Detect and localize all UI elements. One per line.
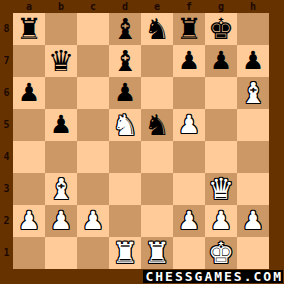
square-e3[interactable] xyxy=(141,173,173,205)
piece-white-queen[interactable]: ♛ xyxy=(208,173,234,205)
piece-white-rook[interactable]: ♜ xyxy=(112,237,138,269)
square-g2[interactable]: ♟ xyxy=(205,205,237,237)
square-a6[interactable]: ♟ xyxy=(13,77,45,109)
piece-black-pawn[interactable]: ♟ xyxy=(50,109,72,141)
piece-white-pawn[interactable]: ♟ xyxy=(18,205,40,237)
square-c8[interactable] xyxy=(77,13,109,45)
square-b4[interactable] xyxy=(45,141,77,173)
rank-label-1: 1 xyxy=(0,237,13,269)
square-h8[interactable] xyxy=(237,13,269,45)
piece-black-queen[interactable]: ♛ xyxy=(48,45,74,77)
chess-board: ♜♝♞♜♚♛♝♟♟♟♟♟♝♟♞♞♟♝♛♟♟♟♟♟♟♜♜♚ xyxy=(13,13,269,269)
piece-black-knight[interactable]: ♞ xyxy=(144,109,170,141)
rank-label-3: 3 xyxy=(0,173,13,205)
square-b8[interactable] xyxy=(45,13,77,45)
square-g3[interactable]: ♛ xyxy=(205,173,237,205)
square-d6[interactable]: ♟ xyxy=(109,77,141,109)
piece-white-pawn[interactable]: ♟ xyxy=(178,205,200,237)
square-d7[interactable]: ♝ xyxy=(109,45,141,77)
piece-white-rook[interactable]: ♜ xyxy=(144,237,170,269)
piece-black-pawn[interactable]: ♟ xyxy=(242,45,264,77)
square-a1[interactable] xyxy=(13,237,45,269)
square-g4[interactable] xyxy=(205,141,237,173)
square-h4[interactable] xyxy=(237,141,269,173)
piece-black-king[interactable]: ♚ xyxy=(208,13,234,45)
piece-white-knight[interactable]: ♞ xyxy=(112,109,138,141)
square-g8[interactable]: ♚ xyxy=(205,13,237,45)
square-c1[interactable] xyxy=(77,237,109,269)
square-c5[interactable] xyxy=(77,109,109,141)
square-f4[interactable] xyxy=(173,141,205,173)
square-f6[interactable] xyxy=(173,77,205,109)
square-d3[interactable] xyxy=(109,173,141,205)
square-h5[interactable] xyxy=(237,109,269,141)
square-g5[interactable] xyxy=(205,109,237,141)
rank-label-6: 6 xyxy=(0,77,13,109)
square-g7[interactable]: ♟ xyxy=(205,45,237,77)
square-b6[interactable] xyxy=(45,77,77,109)
square-d2[interactable] xyxy=(109,205,141,237)
square-h3[interactable] xyxy=(237,173,269,205)
square-g6[interactable] xyxy=(205,77,237,109)
piece-black-rook[interactable]: ♜ xyxy=(176,13,202,45)
chess-board-frame: abcdefgh 87654321 ♜♝♞♜♚♛♝♟♟♟♟♟♝♟♞♞♟♝♛♟♟♟… xyxy=(0,0,284,284)
square-h1[interactable] xyxy=(237,237,269,269)
square-g1[interactable]: ♚ xyxy=(205,237,237,269)
square-b5[interactable]: ♟ xyxy=(45,109,77,141)
file-label-c: c xyxy=(77,0,109,13)
piece-black-knight[interactable]: ♞ xyxy=(144,13,170,45)
square-c7[interactable] xyxy=(77,45,109,77)
square-a5[interactable] xyxy=(13,109,45,141)
square-e1[interactable]: ♜ xyxy=(141,237,173,269)
rank-label-8: 8 xyxy=(0,13,13,45)
square-d4[interactable] xyxy=(109,141,141,173)
square-a2[interactable]: ♟ xyxy=(13,205,45,237)
piece-white-pawn[interactable]: ♟ xyxy=(82,205,104,237)
square-e2[interactable] xyxy=(141,205,173,237)
square-b2[interactable]: ♟ xyxy=(45,205,77,237)
file-label-h: h xyxy=(237,0,269,13)
piece-white-pawn[interactable]: ♟ xyxy=(210,205,232,237)
square-c3[interactable] xyxy=(77,173,109,205)
square-b7[interactable]: ♛ xyxy=(45,45,77,77)
square-c4[interactable] xyxy=(77,141,109,173)
piece-black-rook[interactable]: ♜ xyxy=(16,13,42,45)
piece-black-pawn[interactable]: ♟ xyxy=(114,77,136,109)
rank-label-2: 2 xyxy=(0,205,13,237)
square-c6[interactable] xyxy=(77,77,109,109)
rank-labels: 87654321 xyxy=(0,13,13,269)
piece-black-pawn[interactable]: ♟ xyxy=(18,77,40,109)
square-e7[interactable] xyxy=(141,45,173,77)
piece-white-bishop[interactable]: ♝ xyxy=(240,77,266,109)
square-h2[interactable]: ♟ xyxy=(237,205,269,237)
piece-white-pawn[interactable]: ♟ xyxy=(50,205,72,237)
square-b1[interactable] xyxy=(45,237,77,269)
square-d1[interactable]: ♜ xyxy=(109,237,141,269)
square-a3[interactable] xyxy=(13,173,45,205)
square-a7[interactable] xyxy=(13,45,45,77)
square-f1[interactable] xyxy=(173,237,205,269)
square-d5[interactable]: ♞ xyxy=(109,109,141,141)
piece-black-pawn[interactable]: ♟ xyxy=(178,45,200,77)
square-e5[interactable]: ♞ xyxy=(141,109,173,141)
square-c2[interactable]: ♟ xyxy=(77,205,109,237)
square-h7[interactable]: ♟ xyxy=(237,45,269,77)
piece-white-bishop[interactable]: ♝ xyxy=(48,173,74,205)
piece-black-bishop[interactable]: ♝ xyxy=(112,45,138,77)
square-e6[interactable] xyxy=(141,77,173,109)
square-b3[interactable]: ♝ xyxy=(45,173,77,205)
square-f8[interactable]: ♜ xyxy=(173,13,205,45)
piece-black-pawn[interactable]: ♟ xyxy=(210,45,232,77)
square-f3[interactable] xyxy=(173,173,205,205)
rank-label-7: 7 xyxy=(0,45,13,77)
piece-white-pawn[interactable]: ♟ xyxy=(242,205,264,237)
square-f2[interactable]: ♟ xyxy=(173,205,205,237)
square-e8[interactable]: ♞ xyxy=(141,13,173,45)
square-e4[interactable] xyxy=(141,141,173,173)
file-label-b: b xyxy=(45,0,77,13)
rank-label-4: 4 xyxy=(0,141,13,173)
square-a4[interactable] xyxy=(13,141,45,173)
square-f5[interactable]: ♟ xyxy=(173,109,205,141)
piece-white-king[interactable]: ♚ xyxy=(208,237,234,269)
square-h6[interactable]: ♝ xyxy=(237,77,269,109)
site-credit: CHESSGAMES.COM xyxy=(143,270,283,283)
square-d8[interactable]: ♝ xyxy=(109,13,141,45)
square-a8[interactable]: ♜ xyxy=(13,13,45,45)
piece-black-bishop[interactable]: ♝ xyxy=(112,13,138,45)
rank-label-5: 5 xyxy=(0,109,13,141)
square-f7[interactable]: ♟ xyxy=(173,45,205,77)
piece-white-pawn[interactable]: ♟ xyxy=(178,109,200,141)
